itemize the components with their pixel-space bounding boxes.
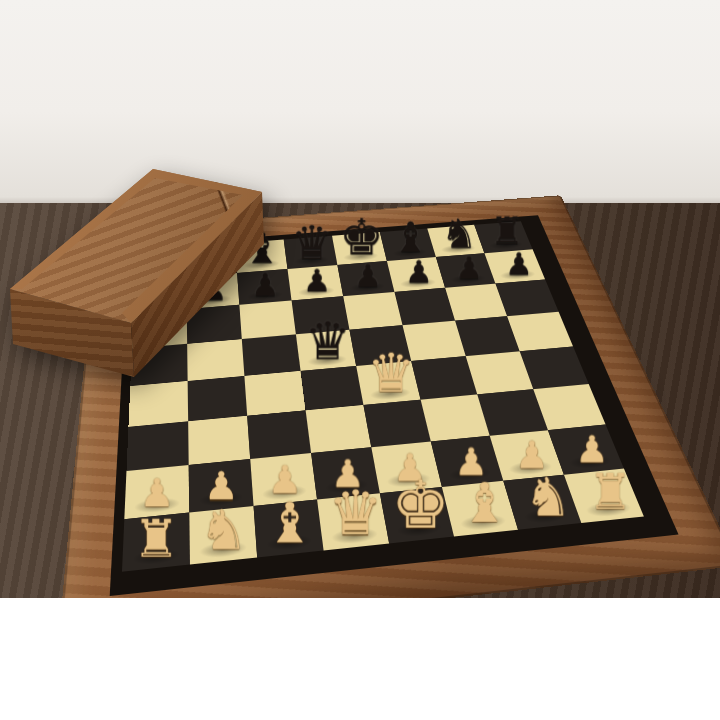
bottom-letterbox xyxy=(0,598,720,720)
square-g4[interactable] xyxy=(466,351,534,394)
black-rook[interactable]: ♜ xyxy=(490,214,524,248)
square-c1[interactable]: ♝ xyxy=(254,500,324,558)
square-d5[interactable]: ♛ xyxy=(296,330,356,371)
square-b1[interactable]: ♞ xyxy=(189,506,257,565)
square-e7[interactable]: ♟ xyxy=(337,261,394,296)
white-pawn[interactable]: ♟ xyxy=(140,476,175,511)
product-photo-scene: ♜♞♝♛♚♝♞♜♟♟♟♟♟♟♟♟♛♛♟♟♟♟♟♟♟♟♜♞♝♛♚♝♞♜ xyxy=(0,0,720,720)
square-a3[interactable] xyxy=(126,421,188,471)
white-queen[interactable]: ♛ xyxy=(328,486,383,541)
square-h3[interactable] xyxy=(533,384,605,430)
black-pawn[interactable]: ♟ xyxy=(505,250,533,278)
white-rook[interactable]: ♜ xyxy=(588,470,632,514)
square-e4[interactable]: ♛ xyxy=(356,361,420,405)
square-d4[interactable] xyxy=(301,366,364,410)
black-bishop[interactable]: ♝ xyxy=(392,218,429,255)
black-pawn[interactable]: ♟ xyxy=(405,258,433,286)
storage-box xyxy=(0,148,280,388)
white-pawn[interactable]: ♟ xyxy=(575,433,608,467)
white-bishop[interactable]: ♝ xyxy=(460,479,509,528)
square-f7[interactable]: ♟ xyxy=(387,257,445,292)
white-knight[interactable]: ♞ xyxy=(524,473,572,521)
black-knight[interactable]: ♞ xyxy=(441,216,477,252)
white-queen[interactable]: ♛ xyxy=(367,350,415,398)
square-a1[interactable]: ♜ xyxy=(122,513,190,572)
square-h5[interactable] xyxy=(507,312,573,352)
square-h6[interactable] xyxy=(495,279,558,316)
white-knight[interactable]: ♞ xyxy=(199,506,248,555)
square-h7[interactable]: ♟ xyxy=(484,249,545,283)
square-h4[interactable] xyxy=(520,347,589,390)
square-g3[interactable] xyxy=(477,389,548,436)
black-pawn[interactable]: ♟ xyxy=(455,254,483,282)
black-king[interactable]: ♚ xyxy=(339,215,384,260)
square-e1[interactable]: ♚ xyxy=(380,487,454,543)
black-queen[interactable]: ♛ xyxy=(305,318,351,365)
black-queen[interactable]: ♛ xyxy=(291,222,333,264)
square-e6[interactable] xyxy=(343,292,402,330)
square-d3[interactable] xyxy=(306,405,372,453)
square-e3[interactable] xyxy=(363,400,430,448)
square-g1[interactable]: ♞ xyxy=(503,475,581,530)
square-b3[interactable] xyxy=(188,416,250,465)
square-h1[interactable]: ♜ xyxy=(564,469,644,524)
white-king[interactable]: ♚ xyxy=(391,476,450,535)
photo-area: ♜♞♝♛♚♝♞♜♟♟♟♟♟♟♟♟♛♛♟♟♟♟♟♟♟♟♜♞♝♛♚♝♞♜ xyxy=(0,0,720,598)
square-f1[interactable]: ♝ xyxy=(442,481,518,537)
black-pawn[interactable]: ♟ xyxy=(354,263,382,291)
square-d1[interactable]: ♛ xyxy=(317,493,389,550)
white-rook[interactable]: ♜ xyxy=(133,516,179,562)
black-pawn[interactable]: ♟ xyxy=(303,267,331,295)
square-c3[interactable] xyxy=(247,410,311,459)
square-d7[interactable]: ♟ xyxy=(288,265,344,301)
white-bishop[interactable]: ♝ xyxy=(265,498,315,548)
